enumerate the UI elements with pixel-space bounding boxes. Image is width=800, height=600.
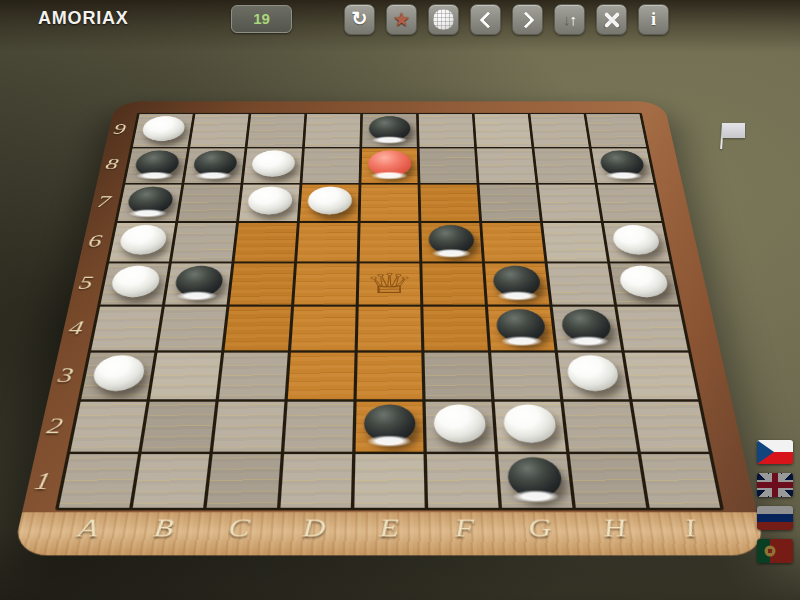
cell-C5[interactable] bbox=[230, 263, 294, 304]
white-piece[interactable] bbox=[565, 355, 620, 391]
red-piece[interactable] bbox=[368, 150, 412, 177]
cell-A5[interactable] bbox=[101, 263, 169, 304]
cell-H3[interactable] bbox=[558, 353, 629, 400]
board-grid: ♕ bbox=[55, 113, 724, 511]
cell-F3[interactable] bbox=[424, 353, 491, 400]
cell-D3[interactable] bbox=[288, 353, 355, 400]
cell-B9[interactable] bbox=[190, 114, 248, 147]
cell-I7[interactable] bbox=[598, 185, 662, 221]
game-board: ♕ 987654321ABCDEFGHI bbox=[12, 101, 766, 555]
cell-B8[interactable] bbox=[184, 148, 244, 182]
white-piece[interactable] bbox=[617, 265, 670, 297]
cell-B2[interactable] bbox=[142, 402, 216, 452]
white-piece[interactable] bbox=[246, 186, 293, 214]
cell-A6[interactable] bbox=[109, 223, 175, 262]
black-piece[interactable] bbox=[363, 404, 416, 443]
col-label-D: D bbox=[296, 514, 332, 543]
cell-F6[interactable] bbox=[421, 223, 482, 262]
flag-czech[interactable] bbox=[757, 440, 793, 464]
cell-E1[interactable] bbox=[354, 454, 424, 508]
cell-E6[interactable] bbox=[360, 223, 420, 262]
cell-C9[interactable] bbox=[248, 114, 305, 147]
cell-E3[interactable] bbox=[357, 353, 423, 400]
black-piece[interactable] bbox=[125, 186, 175, 214]
cell-I9[interactable] bbox=[586, 114, 646, 147]
cell-E4[interactable] bbox=[358, 307, 422, 351]
white-piece[interactable] bbox=[502, 404, 558, 443]
white-piece[interactable] bbox=[90, 355, 147, 391]
cell-I3[interactable] bbox=[625, 353, 698, 400]
row-label-7: 7 bbox=[89, 193, 119, 211]
cell-G7[interactable] bbox=[479, 185, 539, 221]
cell-D1[interactable] bbox=[280, 454, 352, 508]
col-label-E: E bbox=[372, 514, 407, 543]
col-label-G: G bbox=[521, 514, 559, 543]
white-piece[interactable] bbox=[140, 116, 187, 141]
cell-A4[interactable] bbox=[91, 307, 162, 351]
crown-icon: ♕ bbox=[364, 270, 414, 297]
black-piece[interactable] bbox=[495, 309, 547, 343]
row-label-5: 5 bbox=[70, 273, 102, 294]
board-area: ♕ 987654321ABCDEFGHI bbox=[72, 0, 707, 600]
black-piece[interactable] bbox=[133, 150, 181, 177]
cell-C1[interactable] bbox=[207, 454, 281, 508]
cell-C6[interactable] bbox=[235, 223, 297, 262]
cell-F5[interactable] bbox=[422, 263, 485, 304]
cell-G5[interactable] bbox=[485, 263, 549, 304]
cell-C4[interactable] bbox=[224, 307, 291, 351]
cell-A3[interactable] bbox=[81, 353, 154, 400]
cell-H5[interactable] bbox=[548, 263, 614, 304]
cell-G4[interactable] bbox=[488, 307, 555, 351]
cell-H8[interactable] bbox=[534, 148, 594, 182]
cell-H6[interactable] bbox=[543, 223, 607, 262]
col-label-B: B bbox=[144, 514, 183, 543]
row-label-1: 1 bbox=[24, 468, 62, 495]
white-piece[interactable] bbox=[250, 150, 296, 177]
black-piece[interactable] bbox=[506, 457, 564, 499]
cell-D2[interactable] bbox=[284, 402, 353, 452]
cell-B1[interactable] bbox=[133, 454, 210, 508]
cell-G6[interactable] bbox=[482, 223, 544, 262]
cell-G9[interactable] bbox=[475, 114, 532, 147]
row-label-9: 9 bbox=[105, 121, 133, 137]
black-piece[interactable] bbox=[492, 265, 542, 297]
cell-G2[interactable] bbox=[495, 402, 566, 452]
cell-I2[interactable] bbox=[633, 402, 709, 452]
cell-A7[interactable] bbox=[118, 185, 182, 221]
cell-D7[interactable] bbox=[300, 185, 359, 221]
row-label-6: 6 bbox=[79, 232, 110, 252]
cell-G3[interactable] bbox=[491, 353, 560, 400]
cell-F2[interactable] bbox=[426, 402, 495, 452]
cell-C7[interactable] bbox=[239, 185, 299, 221]
cell-D6[interactable] bbox=[297, 223, 358, 262]
cell-B5[interactable] bbox=[165, 263, 231, 304]
cell-I6[interactable] bbox=[604, 223, 670, 262]
cell-A9[interactable] bbox=[133, 114, 193, 147]
cell-B7[interactable] bbox=[178, 185, 240, 221]
cell-H4[interactable] bbox=[553, 307, 622, 351]
cell-A1[interactable] bbox=[59, 454, 138, 508]
black-piece[interactable] bbox=[598, 150, 646, 177]
col-label-A: A bbox=[68, 514, 108, 543]
cell-F7[interactable] bbox=[420, 185, 479, 221]
white-piece[interactable] bbox=[109, 265, 162, 297]
cell-C8[interactable] bbox=[243, 148, 302, 182]
cell-A8[interactable] bbox=[125, 148, 187, 182]
cell-E9[interactable] bbox=[362, 114, 417, 147]
row-label-4: 4 bbox=[59, 317, 93, 339]
white-piece[interactable] bbox=[307, 186, 353, 214]
cell-G8[interactable] bbox=[477, 148, 536, 182]
cell-F8[interactable] bbox=[420, 148, 477, 182]
cell-B3[interactable] bbox=[150, 353, 221, 400]
white-piece[interactable] bbox=[117, 225, 168, 255]
cell-I1[interactable] bbox=[641, 454, 720, 508]
flag-russian[interactable] bbox=[757, 506, 793, 530]
language-flags bbox=[757, 440, 793, 563]
white-piece[interactable] bbox=[610, 225, 661, 255]
cell-C3[interactable] bbox=[219, 353, 288, 400]
row-label-8: 8 bbox=[97, 156, 126, 173]
flag-portuguese[interactable] bbox=[757, 539, 793, 563]
col-label-I: I bbox=[670, 514, 710, 543]
cell-E7[interactable] bbox=[361, 185, 419, 221]
cell-G1[interactable] bbox=[498, 454, 572, 508]
cell-H1[interactable] bbox=[570, 454, 647, 508]
cell-H9[interactable] bbox=[530, 114, 588, 147]
cell-D4[interactable] bbox=[291, 307, 356, 351]
row-label-3: 3 bbox=[48, 364, 83, 388]
white-resign-flag-icon[interactable] bbox=[714, 117, 750, 155]
cell-H2[interactable] bbox=[564, 402, 638, 452]
white-piece[interactable] bbox=[433, 404, 487, 443]
col-label-H: H bbox=[595, 514, 634, 543]
cell-C2[interactable] bbox=[213, 402, 284, 452]
cell-F9[interactable] bbox=[419, 114, 474, 147]
cell-I4[interactable] bbox=[617, 307, 688, 351]
col-label-F: F bbox=[446, 514, 482, 543]
cell-I8[interactable] bbox=[592, 148, 654, 182]
black-piece[interactable] bbox=[560, 309, 613, 343]
black-piece[interactable] bbox=[368, 116, 410, 141]
cell-E8[interactable] bbox=[361, 148, 417, 182]
black-piece[interactable] bbox=[173, 265, 225, 297]
cell-D5[interactable] bbox=[294, 263, 357, 304]
black-piece[interactable] bbox=[428, 225, 475, 255]
cell-H7[interactable] bbox=[539, 185, 601, 221]
flag-english[interactable] bbox=[757, 473, 793, 497]
cell-E5[interactable]: ♕ bbox=[359, 263, 421, 304]
cell-B6[interactable] bbox=[172, 223, 236, 262]
row-label-2: 2 bbox=[36, 414, 72, 439]
cell-F4[interactable] bbox=[423, 307, 488, 351]
cell-D9[interactable] bbox=[305, 114, 360, 147]
cell-D8[interactable] bbox=[302, 148, 359, 182]
cell-A2[interactable] bbox=[70, 402, 146, 452]
cell-B4[interactable] bbox=[158, 307, 227, 351]
cell-E2[interactable] bbox=[356, 402, 424, 452]
cell-I5[interactable] bbox=[610, 263, 678, 304]
col-label-C: C bbox=[220, 514, 258, 543]
black-piece[interactable] bbox=[192, 150, 239, 177]
cell-F1[interactable] bbox=[427, 454, 499, 508]
